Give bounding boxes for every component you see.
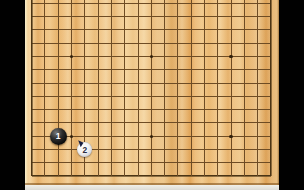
- board-intersection[interactable]: [264, 130, 277, 143]
- board-intersection[interactable]: [171, 76, 184, 89]
- board-intersection[interactable]: [25, 116, 38, 129]
- board-intersection[interactable]: [78, 63, 91, 76]
- board-intersection[interactable]: [224, 76, 237, 89]
- star-point: [229, 55, 232, 58]
- board-intersection[interactable]: [251, 50, 264, 63]
- board-intersection[interactable]: [131, 76, 144, 89]
- board-intersection[interactable]: [105, 116, 118, 129]
- board-intersection[interactable]: [158, 130, 171, 143]
- board-intersection[interactable]: [185, 0, 198, 10]
- board-intersection[interactable]: [105, 143, 118, 156]
- star-point: [70, 55, 73, 58]
- board-intersection[interactable]: [158, 90, 171, 103]
- board-intersection[interactable]: [211, 156, 224, 169]
- board-intersection[interactable]: [145, 10, 158, 23]
- board-intersection[interactable]: [264, 103, 277, 116]
- board-intersection[interactable]: [78, 169, 91, 182]
- board-intersection[interactable]: [238, 90, 251, 103]
- board-intersection[interactable]: [65, 76, 78, 89]
- board-intersection[interactable]: [238, 76, 251, 89]
- board-intersection[interactable]: [131, 10, 144, 23]
- board-intersection[interactable]: [65, 23, 78, 36]
- board-intersection[interactable]: [224, 10, 237, 23]
- board-intersection[interactable]: [145, 143, 158, 156]
- board-intersection[interactable]: [251, 143, 264, 156]
- board-intersection[interactable]: [238, 23, 251, 36]
- board-intersection[interactable]: [251, 37, 264, 50]
- board-intersection[interactable]: [158, 103, 171, 116]
- board-intersection[interactable]: [105, 156, 118, 169]
- board-intersection[interactable]: [211, 37, 224, 50]
- board-intersection[interactable]: [211, 10, 224, 23]
- board-intersection[interactable]: [185, 156, 198, 169]
- board-intersection[interactable]: [65, 156, 78, 169]
- board-intersection[interactable]: [25, 169, 38, 182]
- move-number-label: 1: [56, 131, 61, 141]
- board-intersection[interactable]: [185, 37, 198, 50]
- board-intersection[interactable]: [185, 23, 198, 36]
- board-intersection[interactable]: [251, 23, 264, 36]
- board-intersection[interactable]: [52, 23, 65, 36]
- board-intersection[interactable]: [105, 90, 118, 103]
- board-intersection[interactable]: [78, 156, 91, 169]
- board-intersection[interactable]: [52, 63, 65, 76]
- board-intersection[interactable]: [211, 169, 224, 182]
- board-intersection[interactable]: 1: [52, 130, 65, 143]
- board-intersection[interactable]: [211, 0, 224, 10]
- board-intersection[interactable]: [78, 90, 91, 103]
- board-intersection[interactable]: [78, 130, 91, 143]
- board-intersection[interactable]: [211, 143, 224, 156]
- board-intersection[interactable]: [131, 63, 144, 76]
- stone-white-e3[interactable]: 2: [77, 142, 92, 157]
- board-intersection[interactable]: [211, 23, 224, 36]
- board-intersection[interactable]: [158, 156, 171, 169]
- board-intersection[interactable]: [198, 130, 211, 143]
- board-intersection[interactable]: [91, 50, 104, 63]
- board-intersection[interactable]: [25, 143, 38, 156]
- board-intersection[interactable]: [131, 143, 144, 156]
- board-intersection[interactable]: [118, 37, 131, 50]
- board-intersection[interactable]: [251, 130, 264, 143]
- board-intersection[interactable]: [65, 63, 78, 76]
- board-intersection[interactable]: [158, 169, 171, 182]
- board-intersection[interactable]: [52, 10, 65, 23]
- board-intersection[interactable]: [171, 130, 184, 143]
- board-intersection[interactable]: [145, 0, 158, 10]
- board-intersection[interactable]: [145, 63, 158, 76]
- board-intersection[interactable]: [52, 76, 65, 89]
- board-intersection[interactable]: [158, 10, 171, 23]
- board-intersection[interactable]: [224, 116, 237, 129]
- board-intersection[interactable]: [264, 10, 277, 23]
- board-intersection[interactable]: [238, 10, 251, 23]
- board-intersection[interactable]: [238, 0, 251, 10]
- board-intersection[interactable]: [185, 90, 198, 103]
- board-intersection[interactable]: [38, 10, 51, 23]
- board-intersection[interactable]: [158, 76, 171, 89]
- board-intersection[interactable]: [105, 0, 118, 10]
- board-intersection[interactable]: [52, 37, 65, 50]
- board-intersection[interactable]: [238, 50, 251, 63]
- board-intersection[interactable]: [211, 90, 224, 103]
- board-intersection[interactable]: [65, 90, 78, 103]
- board-intersection[interactable]: [145, 37, 158, 50]
- board-intersection[interactable]: [198, 103, 211, 116]
- board-intersection[interactable]: [118, 156, 131, 169]
- board-intersection[interactable]: [118, 76, 131, 89]
- board-intersection[interactable]: [25, 103, 38, 116]
- board-intersection[interactable]: [264, 37, 277, 50]
- board-intersection[interactable]: [264, 0, 277, 10]
- board-intersection[interactable]: [91, 23, 104, 36]
- board-intersection[interactable]: [224, 50, 237, 63]
- board-intersection[interactable]: [158, 50, 171, 63]
- board-intersection[interactable]: [91, 63, 104, 76]
- board-intersection[interactable]: [171, 10, 184, 23]
- board-intersection[interactable]: [65, 169, 78, 182]
- board-intersection[interactable]: [224, 103, 237, 116]
- board-intersection[interactable]: [65, 103, 78, 116]
- board-intersection[interactable]: [211, 130, 224, 143]
- board-intersection[interactable]: [198, 169, 211, 182]
- board-intersection[interactable]: [78, 0, 91, 10]
- board-intersection[interactable]: [171, 156, 184, 169]
- board-intersection[interactable]: [25, 130, 38, 143]
- board-intersection[interactable]: [158, 0, 171, 10]
- board-intersection[interactable]: [224, 130, 237, 143]
- board-intersection[interactable]: [251, 90, 264, 103]
- board-intersection[interactable]: [52, 50, 65, 63]
- board-intersection[interactable]: [118, 90, 131, 103]
- go-grid: 12: [25, 0, 278, 183]
- board-intersection[interactable]: [264, 50, 277, 63]
- star-point: [150, 135, 153, 138]
- board-intersection[interactable]: [131, 116, 144, 129]
- board-intersection[interactable]: [251, 103, 264, 116]
- board-intersection[interactable]: [198, 37, 211, 50]
- board-intersection[interactable]: [105, 10, 118, 23]
- board-intersection[interactable]: [251, 116, 264, 129]
- board-intersection[interactable]: [198, 10, 211, 23]
- board-intersection[interactable]: [185, 143, 198, 156]
- board-intersection[interactable]: [131, 37, 144, 50]
- board-intersection[interactable]: [251, 76, 264, 89]
- board-intersection[interactable]: [198, 143, 211, 156]
- board-intersection[interactable]: [131, 156, 144, 169]
- board-intersection[interactable]: [65, 37, 78, 50]
- board-intersection[interactable]: [171, 0, 184, 10]
- board-intersection[interactable]: [78, 50, 91, 63]
- video-frame: 12: [0, 0, 304, 190]
- board-intersection[interactable]: [65, 50, 78, 63]
- board-intersection[interactable]: [264, 156, 277, 169]
- board-intersection[interactable]: [52, 103, 65, 116]
- board-intersection[interactable]: [131, 23, 144, 36]
- board-intersection[interactable]: [171, 103, 184, 116]
- board-intersection[interactable]: [224, 169, 237, 182]
- star-point: [229, 135, 232, 138]
- board-intersection[interactable]: [105, 130, 118, 143]
- board-intersection[interactable]: [118, 116, 131, 129]
- board-intersection[interactable]: [131, 169, 144, 182]
- board-intersection[interactable]: [185, 76, 198, 89]
- board-intersection[interactable]: [238, 63, 251, 76]
- board-intersection[interactable]: [118, 23, 131, 36]
- board-intersection[interactable]: [131, 50, 144, 63]
- board-intersection[interactable]: [224, 63, 237, 76]
- board-intersection[interactable]: [158, 116, 171, 129]
- board-intersection[interactable]: [211, 76, 224, 89]
- board-intersection[interactable]: [145, 76, 158, 89]
- board-intersection[interactable]: [38, 143, 51, 156]
- board-intersection[interactable]: [251, 10, 264, 23]
- board-intersection[interactable]: [91, 143, 104, 156]
- board-intersection[interactable]: [264, 23, 277, 36]
- board-intersection[interactable]: [25, 50, 38, 63]
- board-intersection[interactable]: [65, 0, 78, 10]
- board-intersection[interactable]: [78, 103, 91, 116]
- board-intersection[interactable]: [238, 143, 251, 156]
- board-intersection[interactable]: [185, 50, 198, 63]
- board-intersection[interactable]: [131, 90, 144, 103]
- board-intersection[interactable]: [145, 50, 158, 63]
- board-intersection[interactable]: [171, 143, 184, 156]
- board-intersection[interactable]: [185, 130, 198, 143]
- board-intersection[interactable]: [38, 76, 51, 89]
- board-intersection[interactable]: [78, 76, 91, 89]
- board-intersection[interactable]: [145, 103, 158, 116]
- board-intersection[interactable]: [264, 63, 277, 76]
- board-intersection[interactable]: [105, 76, 118, 89]
- board-intersection[interactable]: [171, 169, 184, 182]
- board-intersection[interactable]: [264, 116, 277, 129]
- board-intersection[interactable]: [91, 116, 104, 129]
- board-intersection[interactable]: [238, 116, 251, 129]
- board-intersection[interactable]: [118, 103, 131, 116]
- board-intersection[interactable]: [158, 63, 171, 76]
- board-intersection[interactable]: [105, 23, 118, 36]
- board-intersection[interactable]: [264, 143, 277, 156]
- board-intersection[interactable]: [145, 169, 158, 182]
- board-intersection[interactable]: [78, 37, 91, 50]
- board-intersection[interactable]: [238, 37, 251, 50]
- board-intersection[interactable]: [185, 103, 198, 116]
- board-intersection[interactable]: [158, 37, 171, 50]
- board-intersection[interactable]: [185, 116, 198, 129]
- board-intersection[interactable]: [145, 156, 158, 169]
- board-intersection[interactable]: [171, 23, 184, 36]
- board-intersection[interactable]: [251, 0, 264, 10]
- board-intersection[interactable]: [145, 116, 158, 129]
- board-intersection[interactable]: [198, 90, 211, 103]
- board-intersection[interactable]: [105, 169, 118, 182]
- board-intersection[interactable]: [211, 103, 224, 116]
- board-intersection[interactable]: [52, 90, 65, 103]
- board-intersection[interactable]: [185, 63, 198, 76]
- board-intersection[interactable]: [251, 156, 264, 169]
- board-intersection[interactable]: [264, 90, 277, 103]
- board-intersection[interactable]: [158, 143, 171, 156]
- board-intersection[interactable]: [171, 90, 184, 103]
- board-intersection[interactable]: [65, 116, 78, 129]
- board-intersection[interactable]: [224, 23, 237, 36]
- board-intersection[interactable]: [185, 10, 198, 23]
- board-intersection[interactable]: [145, 23, 158, 36]
- board-intersection[interactable]: [65, 10, 78, 23]
- board-intersection[interactable]: [224, 37, 237, 50]
- board-intersection[interactable]: [171, 37, 184, 50]
- letterbox-right: [279, 0, 304, 190]
- board-intersection[interactable]: [198, 116, 211, 129]
- board-intersection[interactable]: [171, 50, 184, 63]
- board-intersection[interactable]: [171, 116, 184, 129]
- board-intersection[interactable]: [25, 63, 38, 76]
- board-intersection[interactable]: [52, 143, 65, 156]
- board-intersection[interactable]: [224, 156, 237, 169]
- board-intersection[interactable]: [251, 169, 264, 182]
- board-intersection[interactable]: [38, 90, 51, 103]
- board-intersection[interactable]: [131, 0, 144, 10]
- board-intersection[interactable]: [224, 90, 237, 103]
- board-intersection[interactable]: [198, 63, 211, 76]
- board-intersection[interactable]: [131, 130, 144, 143]
- board-intersection[interactable]: [65, 130, 78, 143]
- go-board: 12: [25, 0, 279, 185]
- board-intersection[interactable]: [91, 103, 104, 116]
- board-intersection[interactable]: [105, 50, 118, 63]
- board-intersection[interactable]: [171, 63, 184, 76]
- board-intersection[interactable]: [118, 10, 131, 23]
- board-intersection[interactable]: [224, 143, 237, 156]
- bottom-strip: [25, 185, 279, 190]
- board-intersection[interactable]: [25, 0, 38, 10]
- board-intersection[interactable]: [145, 130, 158, 143]
- board-intersection[interactable]: [238, 103, 251, 116]
- board-intersection[interactable]: [185, 169, 198, 182]
- board-intersection[interactable]: [211, 63, 224, 76]
- board-intersection[interactable]: [91, 37, 104, 50]
- board-intersection[interactable]: [25, 90, 38, 103]
- board-intersection[interactable]: [238, 156, 251, 169]
- board-intersection[interactable]: [198, 76, 211, 89]
- board-intersection[interactable]: [118, 63, 131, 76]
- board-intersection[interactable]: [78, 23, 91, 36]
- board-intersection[interactable]: [52, 156, 65, 169]
- board-intersection[interactable]: [118, 50, 131, 63]
- board-intersection[interactable]: [105, 37, 118, 50]
- board-intersection[interactable]: [131, 103, 144, 116]
- board-intersection[interactable]: [118, 0, 131, 10]
- board-intersection[interactable]: [198, 50, 211, 63]
- board-intersection[interactable]: [65, 143, 78, 156]
- board-intersection[interactable]: [25, 76, 38, 89]
- board-intersection[interactable]: [238, 169, 251, 182]
- board-intersection[interactable]: [211, 116, 224, 129]
- board-intersection[interactable]: [198, 156, 211, 169]
- board-intersection[interactable]: [52, 169, 65, 182]
- board-intersection[interactable]: [25, 37, 38, 50]
- board-intersection[interactable]: [25, 10, 38, 23]
- letterbox-left: [0, 0, 25, 190]
- board-intersection[interactable]: [38, 37, 51, 50]
- board-intersection[interactable]: [78, 10, 91, 23]
- board-intersection[interactable]: [118, 169, 131, 182]
- board-intersection[interactable]: [38, 23, 51, 36]
- star-point: [150, 55, 153, 58]
- board-intersection[interactable]: [198, 0, 211, 10]
- board-intersection[interactable]: [118, 130, 131, 143]
- board-intersection[interactable]: [105, 63, 118, 76]
- board-intersection[interactable]: [198, 23, 211, 36]
- board-intersection[interactable]: [91, 156, 104, 169]
- board-intersection[interactable]: [38, 103, 51, 116]
- board-intersection[interactable]: [91, 169, 104, 182]
- board-intersection[interactable]: [91, 10, 104, 23]
- board-intersection[interactable]: [91, 130, 104, 143]
- board-intersection[interactable]: [238, 130, 251, 143]
- board-intersection[interactable]: [91, 76, 104, 89]
- board-intersection[interactable]: [38, 169, 51, 182]
- board-intersection[interactable]: [38, 156, 51, 169]
- board-intersection[interactable]: [224, 0, 237, 10]
- stone-black-c4[interactable]: 1: [50, 128, 67, 145]
- move-number-label: 2: [83, 144, 88, 154]
- board-intersection[interactable]: [91, 90, 104, 103]
- board-intersection[interactable]: [25, 156, 38, 169]
- board-intersection[interactable]: [264, 169, 277, 182]
- board-intersection[interactable]: [118, 143, 131, 156]
- star-point: [70, 135, 73, 138]
- board-intersection[interactable]: [78, 116, 91, 129]
- board-intersection[interactable]: [211, 50, 224, 63]
- board-intersection[interactable]: [264, 76, 277, 89]
- board-intersection[interactable]: [251, 63, 264, 76]
- board-intersection[interactable]: [91, 0, 104, 10]
- board-intersection[interactable]: [105, 103, 118, 116]
- board-intersection[interactable]: [38, 63, 51, 76]
- board-intersection[interactable]: [38, 0, 51, 10]
- board-intersection[interactable]: [145, 90, 158, 103]
- board-intersection[interactable]: [158, 23, 171, 36]
- board-intersection[interactable]: [25, 23, 38, 36]
- board-intersection[interactable]: [52, 0, 65, 10]
- board-intersection[interactable]: [38, 116, 51, 129]
- board-intersection[interactable]: [38, 50, 51, 63]
